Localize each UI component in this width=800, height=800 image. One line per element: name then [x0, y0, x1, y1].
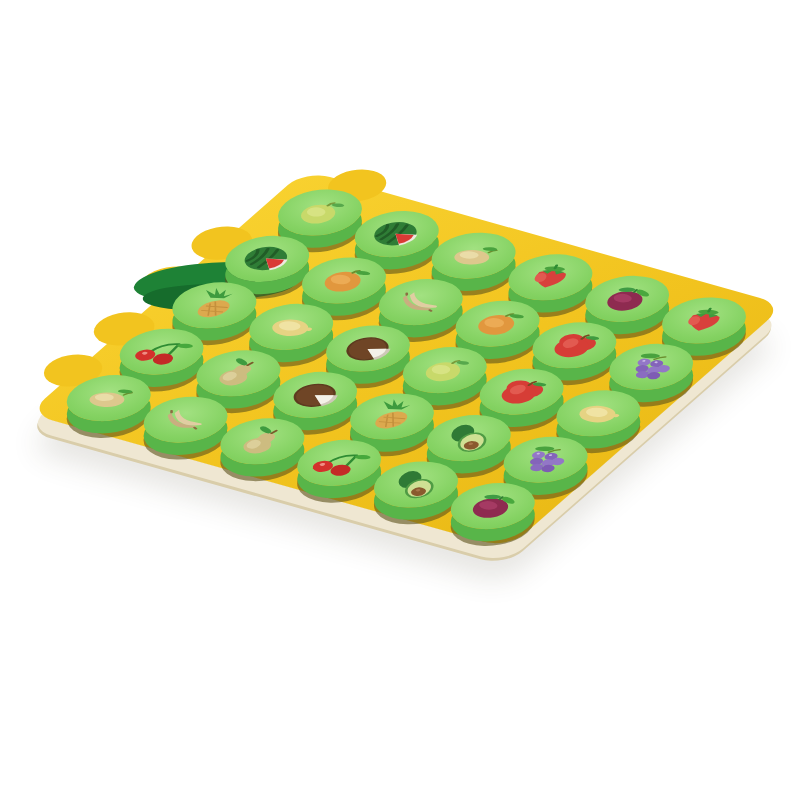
lemon-icon	[553, 390, 644, 438]
grape-icon	[500, 436, 591, 484]
mangosteen-icon	[447, 482, 538, 530]
game-board	[28, 170, 785, 549]
tile-grid	[44, 179, 769, 541]
product-photo-stage	[0, 0, 800, 800]
grape-icon	[606, 343, 697, 391]
strawberry-icon	[659, 297, 750, 345]
